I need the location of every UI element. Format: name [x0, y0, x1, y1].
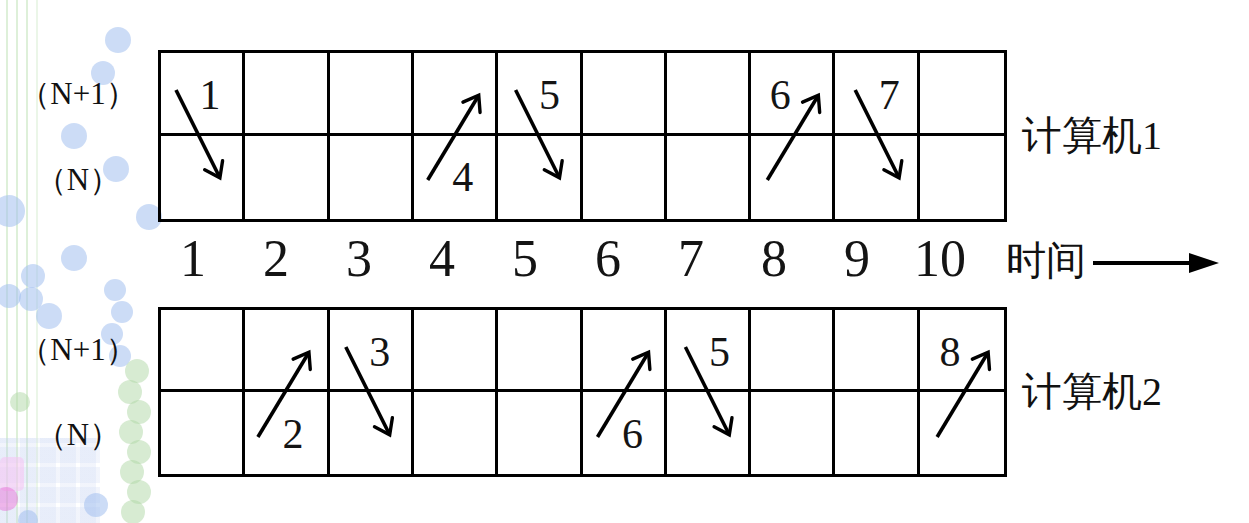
layer-label-n: （N） — [0, 136, 156, 222]
slide-canvas: （N+1） （N） 14567 计算机1 12345678910 时间 （N+1… — [0, 0, 1249, 523]
time-tick: 3 — [346, 233, 372, 285]
layer-label-n-plus-1: （N+1） — [0, 307, 156, 392]
time-tick: 5 — [512, 233, 538, 285]
decor-dot — [84, 493, 108, 517]
decor-dot — [127, 480, 151, 504]
decor-dot — [104, 279, 126, 301]
computer2-diagram: （N+1） （N） 23658 计算机2 — [0, 307, 1249, 477]
time-tick: 9 — [844, 233, 870, 285]
time-tick: 4 — [429, 233, 455, 285]
decor-dot — [21, 264, 45, 288]
computer1-diagram: （N+1） （N） 14567 计算机1 — [0, 50, 1249, 222]
layer-label-n-plus-1: （N+1） — [0, 50, 156, 136]
decor-dot — [0, 284, 21, 308]
computer2-label: 计算机2 — [1022, 372, 1162, 412]
layer-label-n: （N） — [0, 392, 156, 477]
computer1-label: 计算机1 — [1022, 116, 1162, 156]
computer2-transfer-arrows — [158, 307, 1007, 477]
time-tick: 7 — [678, 233, 704, 285]
computer1-transfer-arrows — [158, 50, 1007, 222]
time-tick: 1 — [180, 233, 206, 285]
decor-pink-dot — [0, 487, 18, 511]
time-tick: 2 — [263, 233, 289, 285]
time-tick: 8 — [761, 233, 787, 285]
decor-dot — [18, 510, 38, 523]
time-arrow-icon — [1093, 248, 1221, 278]
time-axis-label: 时间 — [1006, 241, 1086, 281]
time-tick: 6 — [595, 233, 621, 285]
decor-dot — [61, 245, 87, 271]
decor-dot — [121, 500, 145, 523]
time-tick: 10 — [914, 233, 966, 285]
